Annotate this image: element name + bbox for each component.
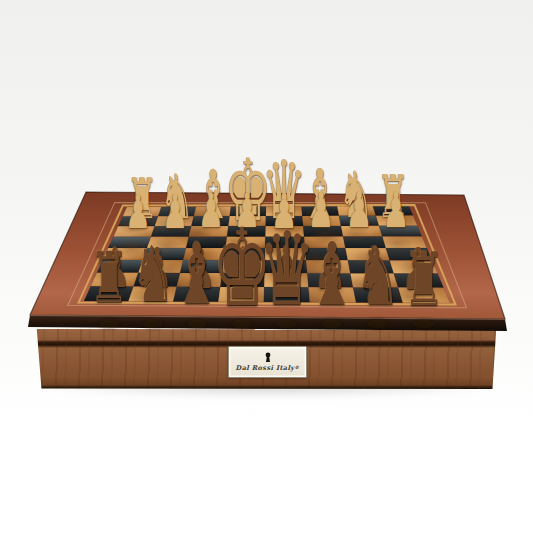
keyhole-icon (264, 352, 272, 363)
chess-set-photo: ♜♞♝♛♚♝♞♜♟♟♟♟♟♟♟♟♟♟♟♟♟♟♟♟♜♞♝♛♚♝♞♜ Dal Ros… (0, 0, 533, 533)
registered-mark: ® (294, 365, 299, 370)
brand-text: Dal Rossi Italy® (236, 364, 300, 372)
brand-plaque: Dal Rossi Italy® (228, 346, 307, 378)
chess-board (0, 0, 533, 533)
